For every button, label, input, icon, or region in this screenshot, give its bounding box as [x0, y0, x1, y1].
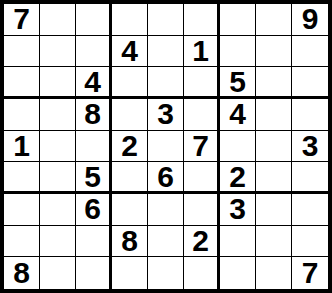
- sudoku-cell-r9c5-empty[interactable]: [148, 257, 184, 289]
- sudoku-cell-r3c6-empty[interactable]: [184, 67, 220, 99]
- sudoku-cell-r5c8-empty[interactable]: [256, 131, 292, 163]
- sudoku-cell-r9c4-empty[interactable]: [112, 257, 148, 289]
- sudoku-cell-r5c9-given: 3: [292, 131, 328, 163]
- sudoku-cell-r3c2-empty[interactable]: [40, 67, 76, 99]
- sudoku-cell-r9c6-empty[interactable]: [184, 257, 220, 289]
- sudoku-cell-r1c1-given: 7: [4, 4, 40, 36]
- sudoku-cell-r2c2-empty[interactable]: [40, 36, 76, 68]
- sudoku-cell-r8c3-empty[interactable]: [76, 226, 112, 258]
- sudoku-cell-r3c7-given: 5: [220, 67, 256, 99]
- sudoku-cell-r9c2-empty[interactable]: [40, 257, 76, 289]
- sudoku-cell-r2c6-given: 1: [184, 36, 220, 68]
- sudoku-cell-r4c5-given: 3: [148, 99, 184, 131]
- sudoku-cell-r3c1-empty[interactable]: [4, 67, 40, 99]
- sudoku-cell-r3c4-empty[interactable]: [112, 67, 148, 99]
- sudoku-board: 7941458341273562638287: [0, 0, 332, 293]
- sudoku-cell-r8c6-given: 2: [184, 226, 220, 258]
- sudoku-cell-r6c8-empty[interactable]: [256, 162, 292, 194]
- sudoku-cell-r7c6-empty[interactable]: [184, 194, 220, 226]
- sudoku-cell-r7c5-empty[interactable]: [148, 194, 184, 226]
- sudoku-cell-r3c8-empty[interactable]: [256, 67, 292, 99]
- sudoku-cell-r1c6-empty[interactable]: [184, 4, 220, 36]
- sudoku-cell-r5c1-given: 1: [4, 131, 40, 163]
- sudoku-cell-r8c4-given: 8: [112, 226, 148, 258]
- sudoku-cell-r8c2-empty[interactable]: [40, 226, 76, 258]
- sudoku-cell-r4c1-empty[interactable]: [4, 99, 40, 131]
- sudoku-cell-r5c7-empty[interactable]: [220, 131, 256, 163]
- sudoku-cell-r7c3-given: 6: [76, 194, 112, 226]
- sudoku-cell-r9c8-empty[interactable]: [256, 257, 292, 289]
- sudoku-cell-r2c4-given: 4: [112, 36, 148, 68]
- sudoku-cell-r1c9-given: 9: [292, 4, 328, 36]
- sudoku-cell-r1c4-empty[interactable]: [112, 4, 148, 36]
- sudoku-cell-r2c8-empty[interactable]: [256, 36, 292, 68]
- sudoku-cell-r4c2-empty[interactable]: [40, 99, 76, 131]
- sudoku-cell-r1c7-empty[interactable]: [220, 4, 256, 36]
- sudoku-cell-r6c7-given: 2: [220, 162, 256, 194]
- sudoku-cell-r2c9-empty[interactable]: [292, 36, 328, 68]
- sudoku-cell-r4c4-empty[interactable]: [112, 99, 148, 131]
- sudoku-cell-r7c1-empty[interactable]: [4, 194, 40, 226]
- sudoku-cell-r2c3-empty[interactable]: [76, 36, 112, 68]
- sudoku-cell-r5c2-empty[interactable]: [40, 131, 76, 163]
- sudoku-cell-r6c2-empty[interactable]: [40, 162, 76, 194]
- sudoku-cell-r7c7-given: 3: [220, 194, 256, 226]
- sudoku-cell-r7c4-empty[interactable]: [112, 194, 148, 226]
- sudoku-cell-r7c8-empty[interactable]: [256, 194, 292, 226]
- sudoku-cell-r1c8-empty[interactable]: [256, 4, 292, 36]
- sudoku-cell-r9c1-given: 8: [4, 257, 40, 289]
- sudoku-cell-r6c3-given: 5: [76, 162, 112, 194]
- sudoku-cell-r9c9-given: 7: [292, 257, 328, 289]
- sudoku-cell-r1c2-empty[interactable]: [40, 4, 76, 36]
- sudoku-cell-r3c3-given: 4: [76, 67, 112, 99]
- sudoku-cell-r5c3-empty[interactable]: [76, 131, 112, 163]
- sudoku-cell-r9c7-empty[interactable]: [220, 257, 256, 289]
- sudoku-cell-r8c5-empty[interactable]: [148, 226, 184, 258]
- sudoku-cell-r8c9-empty[interactable]: [292, 226, 328, 258]
- sudoku-cell-r8c1-empty[interactable]: [4, 226, 40, 258]
- sudoku-cell-r5c5-empty[interactable]: [148, 131, 184, 163]
- sudoku-cell-r6c5-given: 6: [148, 162, 184, 194]
- sudoku-cell-r7c2-empty[interactable]: [40, 194, 76, 226]
- sudoku-cell-r5c6-given: 7: [184, 131, 220, 163]
- sudoku-cell-r4c8-empty[interactable]: [256, 99, 292, 131]
- sudoku-cell-r2c5-empty[interactable]: [148, 36, 184, 68]
- sudoku-cell-r9c3-empty[interactable]: [76, 257, 112, 289]
- sudoku-cell-r4c3-given: 8: [76, 99, 112, 131]
- sudoku-cell-r1c3-empty[interactable]: [76, 4, 112, 36]
- sudoku-cell-r7c9-empty[interactable]: [292, 194, 328, 226]
- sudoku-cell-r4c9-empty[interactable]: [292, 99, 328, 131]
- sudoku-cell-r5c4-given: 2: [112, 131, 148, 163]
- sudoku-cell-r2c7-empty[interactable]: [220, 36, 256, 68]
- sudoku-cell-r1c5-empty[interactable]: [148, 4, 184, 36]
- sudoku-cell-r3c5-empty[interactable]: [148, 67, 184, 99]
- sudoku-cell-r4c6-empty[interactable]: [184, 99, 220, 131]
- sudoku-cell-r6c9-empty[interactable]: [292, 162, 328, 194]
- sudoku-cell-r4c7-given: 4: [220, 99, 256, 131]
- sudoku-cell-r2c1-empty[interactable]: [4, 36, 40, 68]
- sudoku-cell-r6c6-empty[interactable]: [184, 162, 220, 194]
- sudoku-cell-r6c1-empty[interactable]: [4, 162, 40, 194]
- sudoku-cell-r8c7-empty[interactable]: [220, 226, 256, 258]
- sudoku-cell-r8c8-empty[interactable]: [256, 226, 292, 258]
- sudoku-cell-r6c4-empty[interactable]: [112, 162, 148, 194]
- sudoku-cell-r3c9-empty[interactable]: [292, 67, 328, 99]
